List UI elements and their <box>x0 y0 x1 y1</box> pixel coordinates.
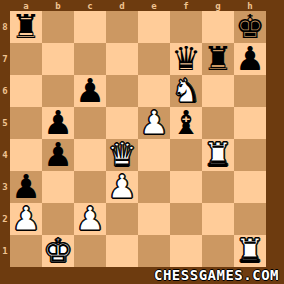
white-king: ♚ <box>43 235 73 267</box>
square-g1[interactable] <box>202 235 234 267</box>
square-d7[interactable] <box>106 43 138 75</box>
square-h1[interactable]: ♜ <box>234 235 266 267</box>
rank-label-2: 2 <box>0 203 10 235</box>
square-d8[interactable] <box>106 11 138 43</box>
white-queen: ♛ <box>107 139 137 171</box>
square-g8[interactable] <box>202 11 234 43</box>
site-watermark: CHESSGAMES.COM <box>154 267 279 283</box>
square-f1[interactable] <box>170 235 202 267</box>
black-rook: ♜ <box>11 11 41 43</box>
black-bishop: ♝ <box>171 107 201 139</box>
black-pawn: ♟ <box>43 139 73 171</box>
square-c7[interactable] <box>74 43 106 75</box>
square-c1[interactable] <box>74 235 106 267</box>
square-g2[interactable] <box>202 203 234 235</box>
square-c8[interactable] <box>74 11 106 43</box>
rank-label-4: 4 <box>0 139 10 171</box>
square-d1[interactable] <box>106 235 138 267</box>
board: ♜♚♛♜♟♟♞♟♟♝♟♛♜♟♟♟♟♚♜ <box>10 11 266 267</box>
square-d2[interactable] <box>106 203 138 235</box>
rank-label-3: 3 <box>0 171 10 203</box>
square-a5[interactable] <box>10 107 42 139</box>
square-f5[interactable]: ♝ <box>170 107 202 139</box>
square-f4[interactable] <box>170 139 202 171</box>
square-e5[interactable]: ♟ <box>138 107 170 139</box>
square-a3[interactable]: ♟ <box>10 171 42 203</box>
square-c4[interactable] <box>74 139 106 171</box>
square-f7[interactable]: ♛ <box>170 43 202 75</box>
file-label-d: d <box>106 1 138 11</box>
square-e6[interactable] <box>138 75 170 107</box>
square-e2[interactable] <box>138 203 170 235</box>
rank-label-1: 1 <box>0 235 10 267</box>
white-pawn: ♟ <box>11 203 41 235</box>
white-pawn: ♟ <box>139 107 169 139</box>
black-king: ♚ <box>235 11 265 43</box>
square-d3[interactable]: ♟ <box>106 171 138 203</box>
black-rook: ♜ <box>203 43 233 75</box>
square-d5[interactable] <box>106 107 138 139</box>
square-c3[interactable] <box>74 171 106 203</box>
square-c2[interactable]: ♟ <box>74 203 106 235</box>
square-h6[interactable] <box>234 75 266 107</box>
square-g7[interactable]: ♜ <box>202 43 234 75</box>
square-h7[interactable]: ♟ <box>234 43 266 75</box>
black-pawn: ♟ <box>75 75 105 107</box>
black-pawn: ♟ <box>11 171 41 203</box>
square-a1[interactable] <box>10 235 42 267</box>
square-d4[interactable]: ♛ <box>106 139 138 171</box>
rank-label-5: 5 <box>0 107 10 139</box>
square-h8[interactable]: ♚ <box>234 11 266 43</box>
rank-label-8: 8 <box>0 11 10 43</box>
file-label-b: b <box>42 1 74 11</box>
black-pawn: ♟ <box>43 107 73 139</box>
white-knight: ♞ <box>171 75 201 107</box>
square-b3[interactable] <box>42 171 74 203</box>
black-pawn: ♟ <box>235 43 265 75</box>
square-f2[interactable] <box>170 203 202 235</box>
file-label-g: g <box>202 1 234 11</box>
square-b5[interactable]: ♟ <box>42 107 74 139</box>
square-e7[interactable] <box>138 43 170 75</box>
square-a7[interactable] <box>10 43 42 75</box>
square-b4[interactable]: ♟ <box>42 139 74 171</box>
square-d6[interactable] <box>106 75 138 107</box>
square-f8[interactable] <box>170 11 202 43</box>
white-rook: ♜ <box>235 235 265 267</box>
square-a4[interactable] <box>10 139 42 171</box>
square-g4[interactable]: ♜ <box>202 139 234 171</box>
black-queen: ♛ <box>171 43 201 75</box>
square-b1[interactable]: ♚ <box>42 235 74 267</box>
square-e8[interactable] <box>138 11 170 43</box>
square-c5[interactable] <box>74 107 106 139</box>
square-h4[interactable] <box>234 139 266 171</box>
square-e1[interactable] <box>138 235 170 267</box>
file-label-h: h <box>234 1 266 11</box>
square-g3[interactable] <box>202 171 234 203</box>
rank-label-6: 6 <box>0 75 10 107</box>
chess-diagram: abcdefgh 87654321 ♜♚♛♜♟♟♞♟♟♝♟♛♜♟♟♟♟♚♜ CH… <box>0 0 284 284</box>
square-e4[interactable] <box>138 139 170 171</box>
file-label-f: f <box>170 1 202 11</box>
square-a2[interactable]: ♟ <box>10 203 42 235</box>
square-a8[interactable]: ♜ <box>10 11 42 43</box>
square-h3[interactable] <box>234 171 266 203</box>
file-label-a: a <box>10 1 42 11</box>
file-label-c: c <box>74 1 106 11</box>
square-f6[interactable]: ♞ <box>170 75 202 107</box>
square-b8[interactable] <box>42 11 74 43</box>
square-g5[interactable] <box>202 107 234 139</box>
square-g6[interactable] <box>202 75 234 107</box>
square-a6[interactable] <box>10 75 42 107</box>
square-b6[interactable] <box>42 75 74 107</box>
square-b2[interactable] <box>42 203 74 235</box>
square-f3[interactable] <box>170 171 202 203</box>
file-label-e: e <box>138 1 170 11</box>
square-c6[interactable]: ♟ <box>74 75 106 107</box>
white-pawn: ♟ <box>107 171 137 203</box>
square-h5[interactable] <box>234 107 266 139</box>
white-rook: ♜ <box>203 139 233 171</box>
square-b7[interactable] <box>42 43 74 75</box>
white-pawn: ♟ <box>75 203 105 235</box>
square-e3[interactable] <box>138 171 170 203</box>
rank-label-7: 7 <box>0 43 10 75</box>
square-h2[interactable] <box>234 203 266 235</box>
